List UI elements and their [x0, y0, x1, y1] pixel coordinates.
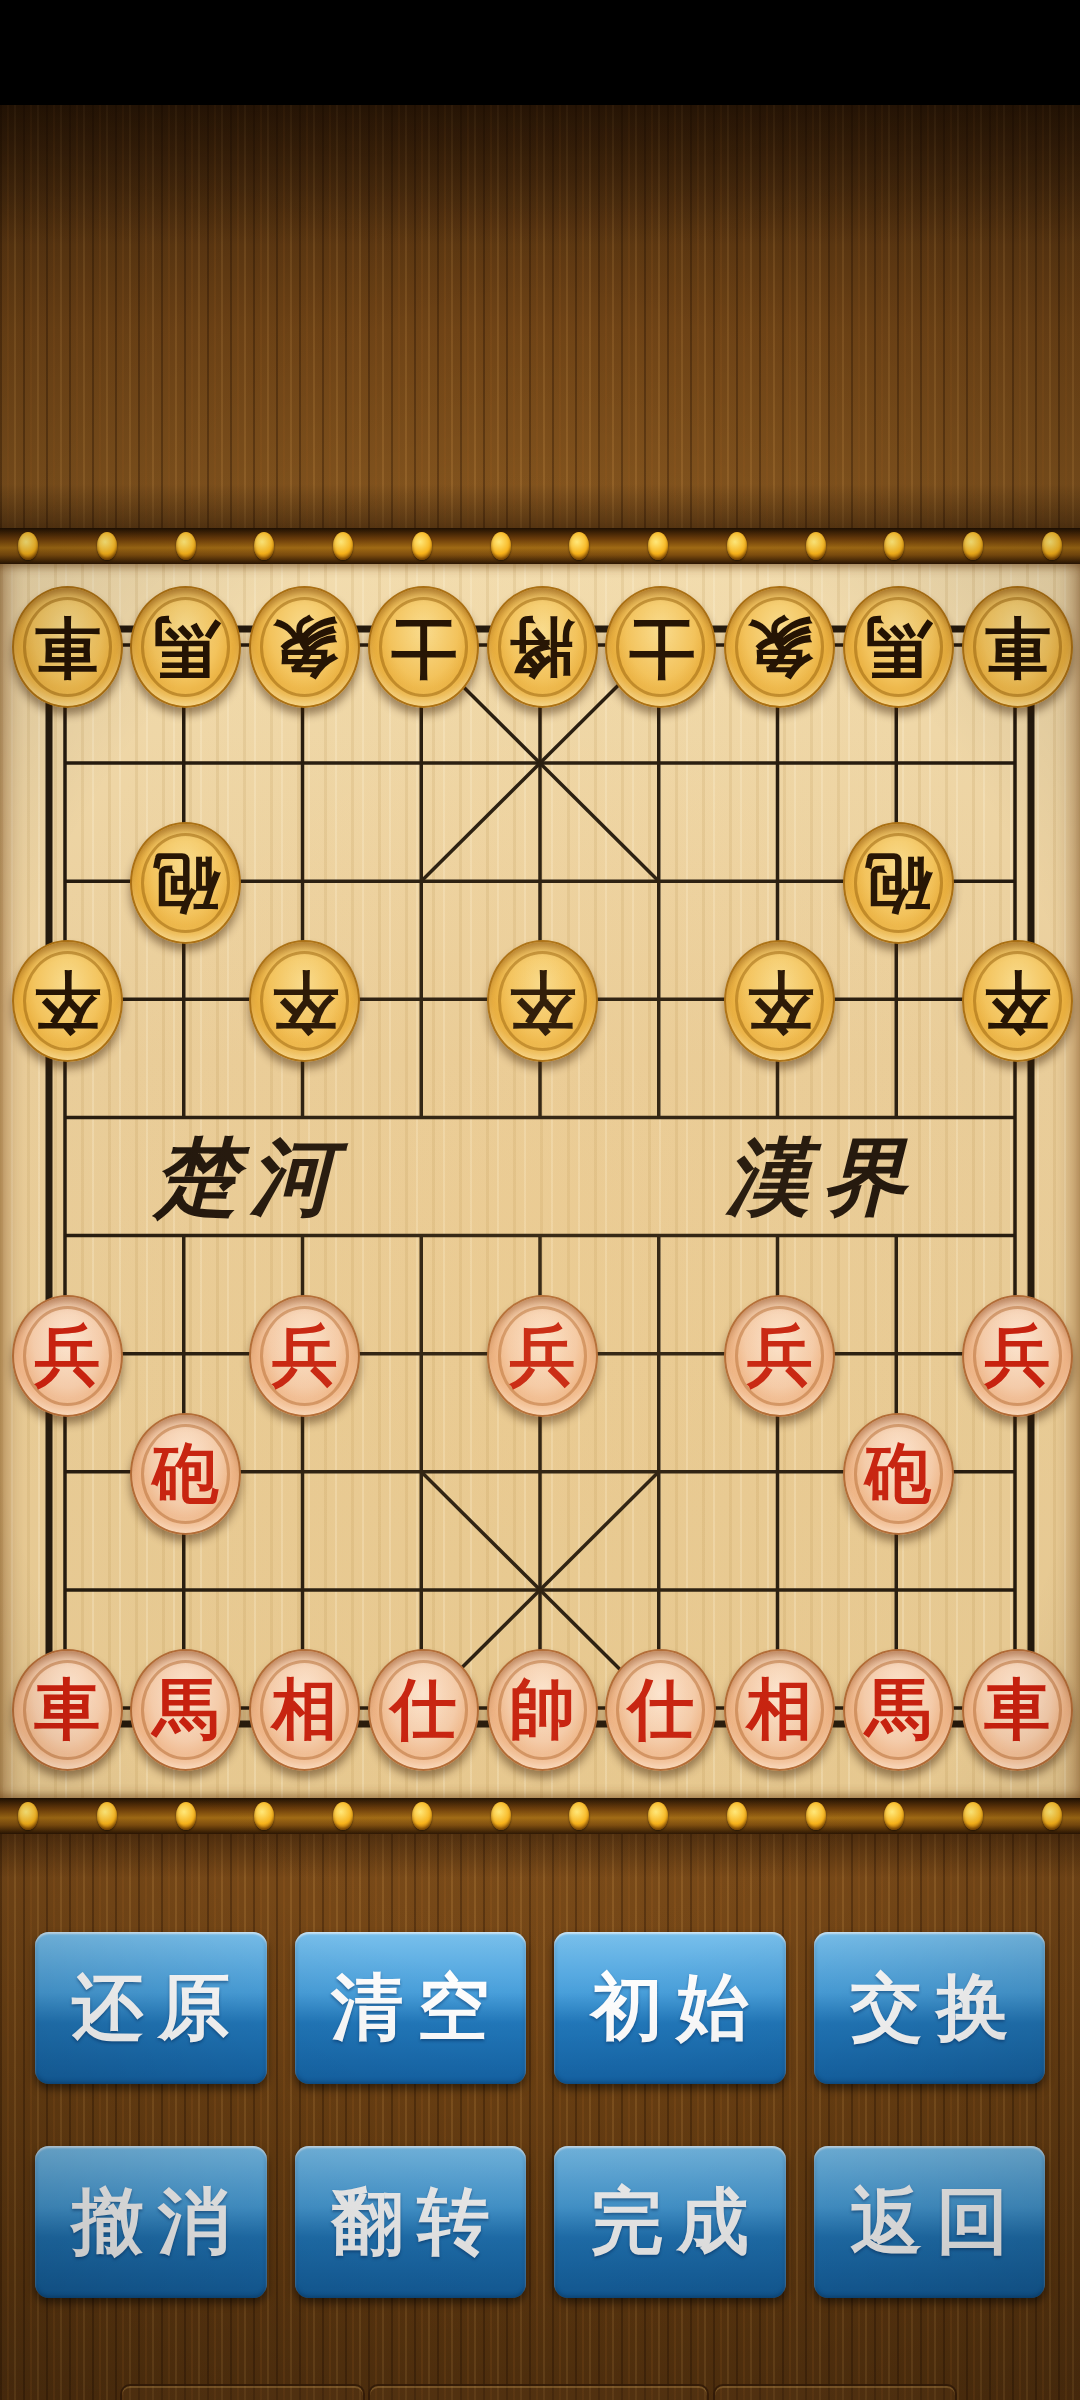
rivet: [333, 1802, 353, 1830]
piece-black-advisor[interactable]: 士: [368, 586, 479, 708]
rivet: [18, 1802, 38, 1830]
piece-glyph: 車: [984, 614, 1050, 680]
rivet: [569, 532, 589, 560]
flip-button[interactable]: 翻转: [295, 2146, 527, 2298]
cutoff-button[interactable]: [368, 2384, 709, 2400]
wood-top-shadow: [0, 105, 1080, 245]
rivet: [491, 532, 511, 560]
piece-red-elephant[interactable]: 相: [724, 1649, 835, 1771]
board-grid: 楚河 漢界: [0, 564, 1080, 1798]
river-label-left: 楚河: [151, 1131, 349, 1224]
rivet: [412, 532, 432, 560]
piece-glyph: 卒: [272, 968, 338, 1034]
piece-glyph: 卒: [509, 968, 575, 1034]
rivet: [569, 1802, 589, 1830]
initial-button[interactable]: 初始: [554, 1932, 786, 2084]
back-button[interactable]: 返回: [814, 2146, 1046, 2298]
restore-button[interactable]: 还原: [35, 1932, 267, 2084]
piece-glyph: 卒: [984, 968, 1050, 1034]
piece-black-cannon[interactable]: 砲: [843, 822, 954, 944]
piece-red-horse[interactable]: 馬: [130, 1649, 241, 1771]
clear-button[interactable]: 清空: [295, 1932, 527, 2084]
piece-black-general[interactable]: 將: [487, 586, 598, 708]
piece-black-cannon[interactable]: 砲: [130, 822, 241, 944]
piece-black-soldier[interactable]: 卒: [962, 940, 1073, 1062]
piece-black-rook[interactable]: 車: [962, 586, 1073, 708]
board-bottom-shadow: [0, 1834, 1080, 1878]
piece-glyph: 砲: [865, 850, 931, 916]
rivet: [254, 1802, 274, 1830]
rivet: [1042, 532, 1062, 560]
piece-black-soldier[interactable]: 卒: [724, 940, 835, 1062]
piece-glyph: 相: [272, 1677, 338, 1743]
cutoff-button-row: [0, 2384, 1080, 2400]
piece-glyph: 士: [628, 614, 694, 680]
piece-red-rook[interactable]: 車: [962, 1649, 1073, 1771]
piece-glyph: 兵: [747, 1323, 813, 1389]
cutoff-button[interactable]: [120, 2384, 365, 2400]
piece-red-cannon[interactable]: 砲: [130, 1413, 241, 1535]
piece-black-elephant[interactable]: 象: [249, 586, 360, 708]
piece-red-cannon[interactable]: 砲: [843, 1413, 954, 1535]
piece-black-elephant[interactable]: 象: [724, 586, 835, 708]
swap-button[interactable]: 交换: [814, 1932, 1046, 2084]
piece-glyph: 車: [34, 1677, 100, 1743]
rivet: [727, 532, 747, 560]
piece-red-soldier[interactable]: 兵: [12, 1295, 123, 1417]
piece-glyph: 馬: [865, 614, 931, 680]
rivet: [412, 1802, 432, 1830]
rivet: [97, 532, 117, 560]
cutoff-button[interactable]: [713, 2384, 957, 2400]
piece-red-soldier[interactable]: 兵: [487, 1295, 598, 1417]
piece-glyph: 象: [747, 614, 813, 680]
rivet: [963, 1802, 983, 1830]
piece-glyph: 卒: [34, 968, 100, 1034]
piece-glyph: 士: [390, 614, 456, 680]
piece-glyph: 砲: [865, 1441, 931, 1507]
rivet: [18, 532, 38, 560]
piece-glyph: 砲: [153, 1441, 219, 1507]
piece-glyph: 馬: [153, 614, 219, 680]
rivet: [806, 1802, 826, 1830]
done-button[interactable]: 完成: [554, 2146, 786, 2298]
piece-glyph: 兵: [509, 1323, 575, 1389]
piece-red-advisor[interactable]: 仕: [368, 1649, 479, 1771]
piece-glyph: 砲: [153, 850, 219, 916]
piece-black-horse[interactable]: 馬: [843, 586, 954, 708]
rivet: [97, 1802, 117, 1830]
river-label-right: 漢界: [725, 1131, 918, 1224]
piece-glyph: 兵: [34, 1323, 100, 1389]
piece-red-soldier[interactable]: 兵: [962, 1295, 1073, 1417]
piece-red-advisor[interactable]: 仕: [605, 1649, 716, 1771]
control-buttons: 还原 清空 初始 交换 撤消 翻转 完成 返回: [35, 1932, 1045, 2298]
piece-black-horse[interactable]: 馬: [130, 586, 241, 708]
rivet: [254, 532, 274, 560]
piece-glyph: 卒: [747, 968, 813, 1034]
rivet: [176, 532, 196, 560]
undo-button[interactable]: 撤消: [35, 2146, 267, 2298]
piece-red-horse[interactable]: 馬: [843, 1649, 954, 1771]
piece-glyph: 相: [747, 1677, 813, 1743]
rivet: [648, 1802, 668, 1830]
piece-red-general[interactable]: 帥: [487, 1649, 598, 1771]
piece-glyph: 車: [34, 614, 100, 680]
board-frame-top: [0, 528, 1080, 564]
rivet: [884, 1802, 904, 1830]
piece-glyph: 兵: [984, 1323, 1050, 1389]
status-bar: [0, 0, 1080, 105]
rivet: [806, 532, 826, 560]
piece-glyph: 仕: [390, 1677, 456, 1743]
rivet: [333, 532, 353, 560]
rivet: [491, 1802, 511, 1830]
piece-black-advisor[interactable]: 士: [605, 586, 716, 708]
rivet: [727, 1802, 747, 1830]
rivet: [176, 1802, 196, 1830]
piece-glyph: 馬: [865, 1677, 931, 1743]
piece-red-elephant[interactable]: 相: [249, 1649, 360, 1771]
piece-red-rook[interactable]: 車: [12, 1649, 123, 1771]
rivet: [1042, 1802, 1062, 1830]
piece-black-soldier[interactable]: 卒: [487, 940, 598, 1062]
rivet: [648, 532, 668, 560]
piece-black-rook[interactable]: 車: [12, 586, 123, 708]
piece-black-soldier[interactable]: 卒: [249, 940, 360, 1062]
piece-red-soldier[interactable]: 兵: [724, 1295, 835, 1417]
piece-black-soldier[interactable]: 卒: [12, 940, 123, 1062]
xiangqi-board[interactable]: 楚河 漢界: [0, 564, 1080, 1798]
piece-glyph: 帥: [509, 1677, 575, 1743]
piece-glyph: 仕: [628, 1677, 694, 1743]
rivet: [963, 532, 983, 560]
xiangqi-setup-screen: 楚河 漢界 車馬象士將士象馬車砲砲卒卒卒卒卒兵兵兵兵兵砲砲車馬相仕帥仕相馬車 还…: [0, 0, 1080, 2400]
piece-glyph: 車: [984, 1677, 1050, 1743]
board-top-shadow: [0, 484, 1080, 528]
rivet: [884, 532, 904, 560]
piece-glyph: 馬: [153, 1677, 219, 1743]
board-frame-bottom: [0, 1798, 1080, 1834]
piece-glyph: 將: [509, 614, 575, 680]
piece-glyph: 象: [272, 614, 338, 680]
piece-red-soldier[interactable]: 兵: [249, 1295, 360, 1417]
piece-glyph: 兵: [272, 1323, 338, 1389]
